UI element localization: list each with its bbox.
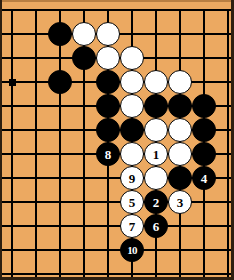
- board-frame-left: [0, 0, 2, 280]
- stone-white: [120, 142, 144, 166]
- stone-white: [96, 46, 120, 70]
- stone-black: [72, 46, 96, 70]
- stone-white: [120, 46, 144, 70]
- stone-white: [96, 22, 120, 46]
- stone-black: [192, 94, 216, 118]
- stone-black: [144, 94, 168, 118]
- board-grid: 81945237610: [0, 0, 234, 280]
- stone-black: [192, 118, 216, 142]
- stone-white-move-9: 9: [120, 166, 144, 190]
- go-board: 81945237610: [0, 0, 234, 280]
- stone-black-move-2: 2: [144, 190, 168, 214]
- stone-white: [72, 22, 96, 46]
- stone-white: [144, 118, 168, 142]
- stone-black-move-10: 10: [120, 238, 144, 262]
- stone-white: [144, 166, 168, 190]
- stone-black: [96, 118, 120, 142]
- stone-black: [96, 94, 120, 118]
- stone-black: [192, 142, 216, 166]
- board-frame-top: [0, 0, 234, 2]
- stone-white: [168, 142, 192, 166]
- stone-white: [168, 70, 192, 94]
- stone-white: [120, 94, 144, 118]
- stone-black: [168, 94, 192, 118]
- stone-black: [120, 118, 144, 142]
- stone-black: [48, 22, 72, 46]
- board-frame-right: [231, 0, 234, 280]
- stone-white-move-1: 1: [144, 142, 168, 166]
- stone-white: [168, 118, 192, 142]
- stone-black-move-6: 6: [144, 214, 168, 238]
- stone-black-move-8: 8: [96, 142, 120, 166]
- stone-black: [96, 70, 120, 94]
- stone-white-move-7: 7: [120, 214, 144, 238]
- stone-black: [168, 166, 192, 190]
- stone-white-move-3: 3: [168, 190, 192, 214]
- stone-white-move-5: 5: [120, 190, 144, 214]
- stone-white: [144, 70, 168, 94]
- stone-white: [120, 70, 144, 94]
- stone-black: [48, 70, 72, 94]
- stone-black-move-4: 4: [192, 166, 216, 190]
